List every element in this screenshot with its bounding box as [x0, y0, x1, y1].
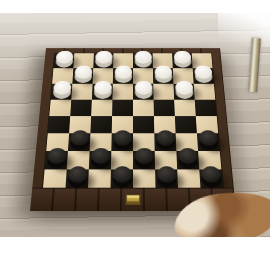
black-checker-piece — [46, 152, 66, 168]
square-a5 — [48, 116, 70, 133]
white-checker-piece — [194, 69, 212, 82]
square-g3 — [173, 84, 194, 100]
square-g4 — [174, 100, 196, 117]
square-a3 — [51, 84, 73, 100]
white-checker-piece — [74, 69, 92, 82]
square-a1 — [53, 53, 74, 68]
square-g5 — [175, 116, 197, 133]
square-g1 — [172, 53, 193, 68]
board-grid — [43, 53, 223, 188]
square-c7 — [89, 151, 111, 169]
black-checker-piece — [156, 134, 175, 149]
checkers-board — [30, 48, 236, 211]
black-checker-piece — [113, 134, 132, 149]
square-a7 — [45, 151, 68, 169]
square-d3 — [112, 84, 133, 100]
square-e5 — [133, 116, 154, 133]
square-d2 — [113, 68, 133, 83]
black-checker-piece — [90, 152, 110, 168]
square-g8 — [177, 169, 200, 188]
black-checker-piece — [134, 152, 153, 168]
square-h8 — [199, 169, 223, 188]
square-f6 — [154, 133, 176, 151]
square-c4 — [91, 100, 112, 117]
square-f8 — [155, 169, 178, 188]
bright-floor-patch — [218, 13, 270, 47]
white-checker-piece — [134, 54, 151, 67]
white-checker-piece — [173, 54, 191, 67]
white-checker-piece — [154, 69, 172, 82]
square-e3 — [133, 84, 154, 100]
square-h4 — [195, 100, 217, 117]
square-c5 — [90, 116, 112, 133]
square-h2 — [193, 68, 214, 83]
white-checker-piece — [93, 85, 111, 99]
square-f4 — [154, 100, 175, 117]
square-e8 — [133, 169, 156, 188]
white-checker-piece — [55, 54, 73, 67]
white-checker-piece — [134, 85, 152, 99]
white-checker-piece — [114, 69, 132, 82]
square-b6 — [68, 133, 90, 151]
white-checker-piece — [52, 85, 71, 99]
photo — [0, 13, 270, 237]
square-b2 — [72, 68, 93, 83]
black-checker-piece — [69, 134, 89, 149]
square-b4 — [70, 100, 92, 117]
black-checker-piece — [157, 171, 177, 188]
white-checker-piece — [95, 54, 113, 67]
square-h6 — [197, 133, 220, 151]
square-b8 — [65, 169, 88, 188]
square-e4 — [133, 100, 154, 117]
square-e7 — [133, 151, 155, 169]
square-f3 — [153, 84, 174, 100]
black-checker-piece — [112, 171, 132, 188]
black-checker-piece — [198, 134, 218, 149]
square-c3 — [92, 84, 113, 100]
black-checker-piece — [201, 171, 222, 188]
square-d8 — [110, 169, 133, 188]
square-a4 — [49, 100, 71, 117]
black-checker-piece — [178, 152, 198, 168]
square-h3 — [194, 84, 216, 100]
square-b3 — [71, 84, 92, 100]
brass-hinge — [126, 194, 141, 204]
square-c1 — [93, 53, 113, 68]
square-c8 — [88, 169, 111, 188]
black-checker-piece — [67, 171, 87, 188]
square-f2 — [153, 68, 174, 83]
square-e1 — [133, 53, 153, 68]
white-checker-piece — [175, 85, 193, 99]
square-a8 — [43, 169, 67, 188]
square-d4 — [112, 100, 133, 117]
square-g7 — [176, 151, 199, 169]
square-d6 — [111, 133, 133, 151]
